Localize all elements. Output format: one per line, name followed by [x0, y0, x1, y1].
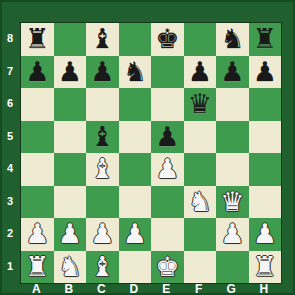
square-a1[interactable]: ♜ — [21, 251, 54, 284]
square-a8[interactable]: ♜ — [21, 23, 54, 56]
square-h2[interactable]: ♟ — [249, 218, 282, 251]
square-h5[interactable] — [249, 121, 282, 154]
square-f4[interactable] — [184, 153, 217, 186]
piece-black-knight[interactable]: ♞ — [123, 56, 147, 89]
piece-white-pawn[interactable]: ♟ — [220, 218, 244, 251]
piece-black-king[interactable]: ♚ — [155, 23, 179, 56]
square-d5[interactable] — [119, 121, 152, 154]
square-b6[interactable] — [54, 88, 87, 121]
square-g4[interactable] — [216, 153, 249, 186]
square-d8[interactable] — [119, 23, 152, 56]
square-h6[interactable] — [249, 88, 282, 121]
rank-label-1: 1 — [2, 250, 18, 283]
piece-white-rook[interactable]: ♜ — [25, 251, 49, 284]
square-b4[interactable] — [54, 153, 87, 186]
square-c5[interactable]: ♝ — [86, 121, 119, 154]
square-e6[interactable] — [151, 88, 184, 121]
piece-white-king[interactable]: ♚ — [155, 251, 179, 284]
rank-label-7: 7 — [2, 55, 18, 88]
square-e5[interactable]: ♟ — [151, 121, 184, 154]
square-c2[interactable]: ♟ — [86, 218, 119, 251]
square-g5[interactable] — [216, 121, 249, 154]
square-a3[interactable] — [21, 186, 54, 219]
square-f7[interactable]: ♟ — [184, 56, 217, 89]
rank-label-8: 8 — [2, 22, 18, 55]
square-a4[interactable] — [21, 153, 54, 186]
square-a5[interactable] — [21, 121, 54, 154]
square-b7[interactable]: ♟ — [54, 56, 87, 89]
piece-black-queen[interactable]: ♛ — [188, 88, 212, 121]
piece-white-rook[interactable]: ♜ — [253, 251, 277, 284]
piece-black-pawn[interactable]: ♟ — [155, 121, 179, 154]
piece-white-bishop[interactable]: ♝ — [90, 251, 114, 284]
square-e2[interactable] — [151, 218, 184, 251]
rank-label-4: 4 — [2, 152, 18, 185]
square-g2[interactable]: ♟ — [216, 218, 249, 251]
piece-black-knight[interactable]: ♞ — [220, 23, 244, 56]
square-b5[interactable] — [54, 121, 87, 154]
square-d2[interactable]: ♟ — [119, 218, 152, 251]
piece-white-pawn[interactable]: ♟ — [123, 218, 147, 251]
square-g8[interactable]: ♞ — [216, 23, 249, 56]
square-g3[interactable]: ♛ — [216, 186, 249, 219]
piece-white-pawn[interactable]: ♟ — [155, 153, 179, 186]
piece-white-knight[interactable]: ♞ — [188, 186, 212, 219]
square-c3[interactable] — [86, 186, 119, 219]
piece-black-pawn[interactable]: ♟ — [90, 56, 114, 89]
square-f8[interactable] — [184, 23, 217, 56]
square-h8[interactable]: ♜ — [249, 23, 282, 56]
square-h3[interactable] — [249, 186, 282, 219]
square-e3[interactable] — [151, 186, 184, 219]
piece-black-bishop[interactable]: ♝ — [90, 23, 114, 56]
piece-white-pawn[interactable]: ♟ — [90, 218, 114, 251]
piece-white-pawn[interactable]: ♟ — [253, 218, 277, 251]
square-h7[interactable]: ♟ — [249, 56, 282, 89]
square-c6[interactable] — [86, 88, 119, 121]
file-label-a: A — [20, 281, 53, 295]
piece-white-knight[interactable]: ♞ — [58, 251, 82, 284]
file-label-e: E — [150, 281, 183, 295]
file-label-h: H — [248, 281, 281, 295]
square-c1[interactable]: ♝ — [86, 251, 119, 284]
square-h1[interactable]: ♜ — [249, 251, 282, 284]
square-f5[interactable] — [184, 121, 217, 154]
piece-black-pawn[interactable]: ♟ — [25, 56, 49, 89]
square-f2[interactable] — [184, 218, 217, 251]
square-g7[interactable]: ♟ — [216, 56, 249, 89]
piece-white-bishop[interactable]: ♝ — [90, 153, 114, 186]
square-b1[interactable]: ♞ — [54, 251, 87, 284]
square-f6[interactable]: ♛ — [184, 88, 217, 121]
square-b3[interactable] — [54, 186, 87, 219]
rank-label-6: 6 — [2, 87, 18, 120]
piece-black-bishop[interactable]: ♝ — [90, 121, 114, 154]
square-e4[interactable]: ♟ — [151, 153, 184, 186]
rank-labels: 87654321 — [2, 22, 20, 282]
square-e1[interactable]: ♚ — [151, 251, 184, 284]
square-f1[interactable] — [184, 251, 217, 284]
file-label-b: B — [53, 281, 86, 295]
square-c8[interactable]: ♝ — [86, 23, 119, 56]
piece-black-pawn[interactable]: ♟ — [58, 56, 82, 89]
file-label-g: G — [215, 281, 248, 295]
piece-white-pawn[interactable]: ♟ — [58, 218, 82, 251]
piece-white-queen[interactable]: ♛ — [220, 186, 244, 219]
file-labels: ABCDEFGH — [20, 281, 281, 295]
square-d4[interactable] — [119, 153, 152, 186]
square-b2[interactable]: ♟ — [54, 218, 87, 251]
square-e8[interactable]: ♚ — [151, 23, 184, 56]
file-label-d: D — [118, 281, 151, 295]
piece-black-pawn[interactable]: ♟ — [253, 56, 277, 89]
piece-black-pawn[interactable]: ♟ — [220, 56, 244, 89]
square-g1[interactable] — [216, 251, 249, 284]
piece-white-pawn[interactable]: ♟ — [25, 218, 49, 251]
square-b8[interactable] — [54, 23, 87, 56]
square-c4[interactable]: ♝ — [86, 153, 119, 186]
square-h4[interactable] — [249, 153, 282, 186]
board: ♜♝♚♞♜♟♟♟♞♟♟♟♛♝♟♝♟♞♛♟♟♟♟♟♟♜♞♝♚♜ — [20, 22, 282, 284]
rank-label-5: 5 — [2, 120, 18, 153]
square-a7[interactable]: ♟ — [21, 56, 54, 89]
square-d6[interactable] — [119, 88, 152, 121]
rank-label-3: 3 — [2, 185, 18, 218]
square-d1[interactable] — [119, 251, 152, 284]
piece-black-pawn[interactable]: ♟ — [188, 56, 212, 89]
square-a2[interactable]: ♟ — [21, 218, 54, 251]
file-label-c: C — [85, 281, 118, 295]
piece-black-rook[interactable]: ♜ — [253, 23, 277, 56]
square-d3[interactable] — [119, 186, 152, 219]
square-d7[interactable]: ♞ — [119, 56, 152, 89]
square-g6[interactable] — [216, 88, 249, 121]
square-a6[interactable] — [21, 88, 54, 121]
chess-board-window: 87654321 ♜♝♚♞♜♟♟♟♞♟♟♟♛♝♟♝♟♞♛♟♟♟♟♟♟♜♞♝♚♜ … — [0, 0, 295, 295]
square-f3[interactable]: ♞ — [184, 186, 217, 219]
square-c7[interactable]: ♟ — [86, 56, 119, 89]
square-e7[interactable] — [151, 56, 184, 89]
file-label-f: F — [183, 281, 216, 295]
piece-black-rook[interactable]: ♜ — [25, 23, 49, 56]
rank-label-2: 2 — [2, 217, 18, 250]
